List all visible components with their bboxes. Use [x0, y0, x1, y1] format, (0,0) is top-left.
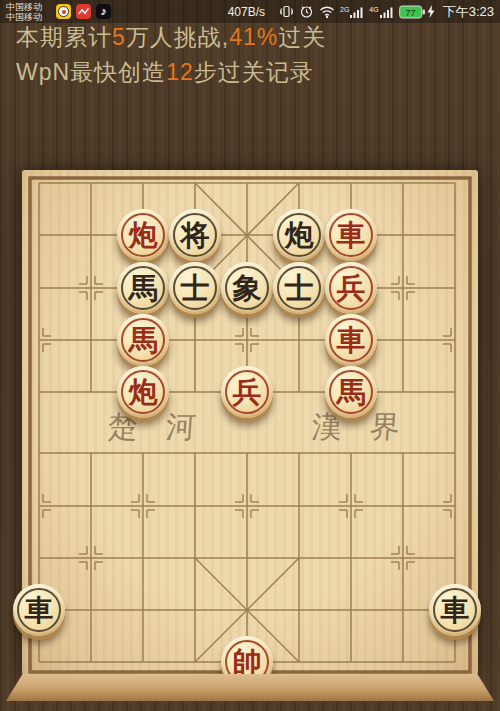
- piece-ring: [173, 213, 217, 257]
- piece-red-soldier[interactable]: 兵: [325, 262, 377, 314]
- board-bottom-bevel: [6, 674, 494, 701]
- river-text-chu-he: 楚河: [107, 407, 226, 448]
- piece-red-chariot[interactable]: 車: [325, 209, 377, 261]
- header-text-segment: WpN最快创造: [16, 59, 166, 85]
- header-text-segment: 41%: [229, 24, 278, 50]
- charging-bolt-icon: [427, 5, 435, 18]
- svg-text:77: 77: [405, 7, 415, 17]
- signal-2g-label: 2G: [340, 6, 349, 13]
- challenge-stats-line: 本期累计5万人挑战,41%过关: [16, 22, 326, 53]
- piece-ring: [173, 266, 217, 310]
- piece-ring: [329, 370, 373, 414]
- header-text-segment: 5: [112, 24, 126, 50]
- header-text-segment: 12: [166, 59, 194, 85]
- piece-red-horse[interactable]: 馬: [117, 314, 169, 366]
- piece-ring: [121, 213, 165, 257]
- piece-ring: [329, 213, 373, 257]
- piece-black-general[interactable]: 将: [169, 209, 221, 261]
- status-bar: 中国移动 中国移动 ♪ 407B/s: [0, 0, 500, 23]
- piece-black-elephant[interactable]: 象: [221, 262, 273, 314]
- piece-black-chariot[interactable]: 車: [429, 584, 481, 636]
- vibrate-icon: [279, 4, 294, 19]
- piece-ring: [433, 588, 477, 632]
- piece-ring: [329, 266, 373, 310]
- piece-black-cannon[interactable]: 炮: [273, 209, 325, 261]
- carrier-name-sim1: 中国移动: [6, 2, 42, 12]
- piece-ring: [225, 370, 269, 414]
- piece-black-advisor[interactable]: 士: [169, 262, 221, 314]
- battery-icon: 77: [399, 5, 426, 19]
- carrier-name-sim2: 中国移动: [6, 12, 42, 22]
- xiangqi-board[interactable]: 楚河 漢界 炮将炮車馬士象士兵馬車炮兵馬車車帥: [22, 170, 478, 675]
- record-holder-line: WpN最快创造12步过关记录: [16, 57, 314, 88]
- piece-red-cannon[interactable]: 炮: [117, 366, 169, 418]
- header-text-segment: 万人挑战,: [126, 24, 229, 50]
- notification-app-icons: ♪: [56, 4, 111, 19]
- douyin-app-icon: ♪: [96, 4, 111, 19]
- piece-ring: [329, 318, 373, 362]
- piece-ring: [277, 213, 321, 257]
- piece-red-cannon[interactable]: 炮: [117, 209, 169, 261]
- piece-ring: [17, 588, 61, 632]
- piece-red-horse[interactable]: 馬: [325, 366, 377, 418]
- header-text-segment: 本期累计: [16, 24, 112, 50]
- piece-ring: [121, 266, 165, 310]
- piece-ring: [121, 370, 165, 414]
- piece-red-chariot[interactable]: 車: [325, 314, 377, 366]
- eye-icon: [58, 6, 69, 17]
- battery-charging-icon: 77: [399, 5, 435, 19]
- signal-bars-4g: 4G: [369, 5, 393, 18]
- eye-app-icon: [56, 4, 71, 19]
- river-text-han-jie: 漢界: [311, 407, 430, 448]
- music-note-icon: ♪: [101, 6, 107, 17]
- signal-4g-label: 4G: [369, 6, 378, 13]
- signal-bars-icon: [350, 5, 364, 18]
- status-right-cluster: 2G 4G 77 下午3:23: [279, 3, 494, 21]
- piece-ring: [121, 318, 165, 362]
- wave-app-icon: [76, 4, 91, 19]
- piece-red-soldier[interactable]: 兵: [221, 366, 273, 418]
- piece-black-horse[interactable]: 馬: [117, 262, 169, 314]
- signal-bars-2g: 2G: [340, 5, 364, 18]
- header-text-segment: 步过关记录: [194, 59, 314, 85]
- piece-ring: [277, 266, 321, 310]
- piece-black-advisor[interactable]: 士: [273, 262, 325, 314]
- header-text-segment: 过关: [278, 24, 326, 50]
- piece-ring: [225, 266, 269, 310]
- clock-time: 下午3:23: [443, 3, 494, 21]
- alarm-clock-icon: [299, 4, 314, 19]
- carrier-labels: 中国移动 中国移动: [6, 2, 42, 22]
- wifi-icon: [319, 5, 335, 19]
- wave-line-icon: [77, 5, 90, 18]
- signal-bars-icon: [380, 5, 394, 18]
- network-speed: 407B/s: [228, 5, 265, 19]
- piece-black-chariot[interactable]: 車: [13, 584, 65, 636]
